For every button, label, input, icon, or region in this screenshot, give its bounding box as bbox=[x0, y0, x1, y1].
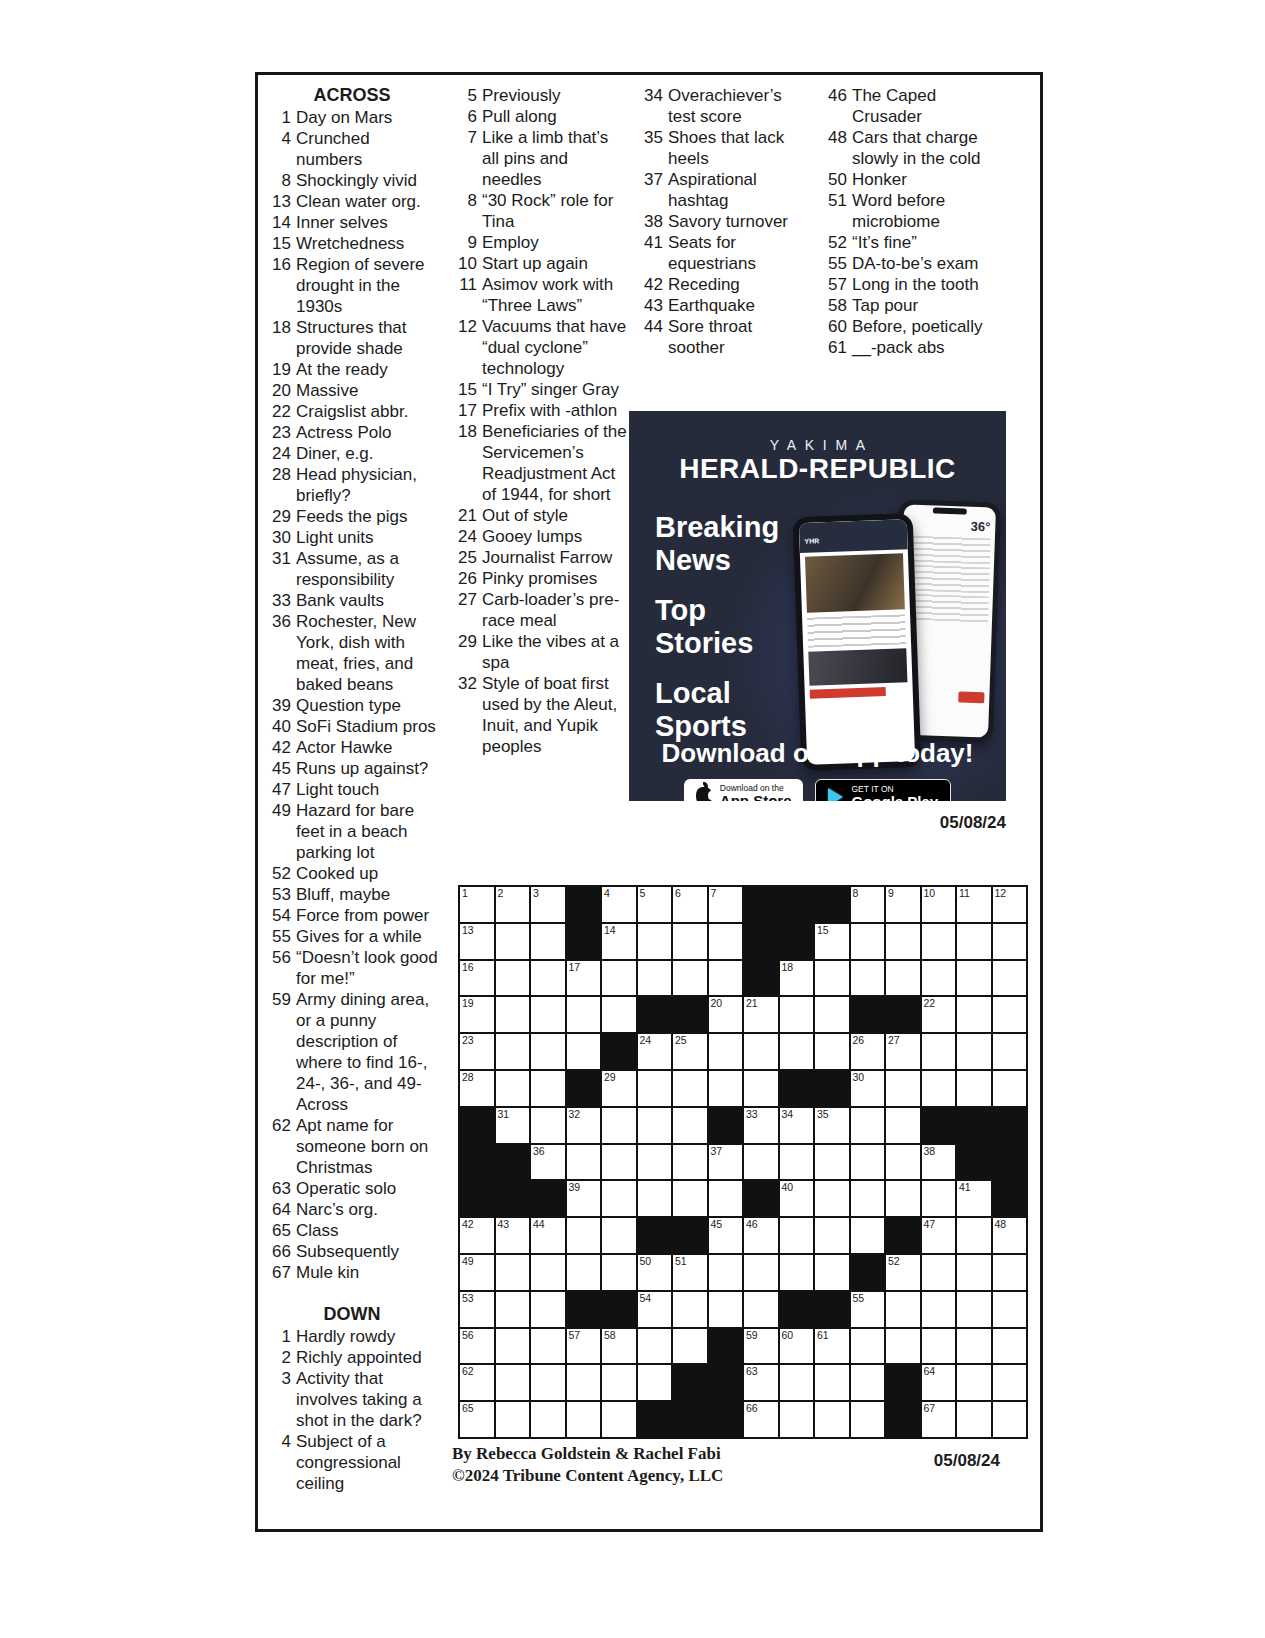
grid-cell-r12c9[interactable] bbox=[744, 1292, 778, 1327]
grid-cell-r13c6[interactable] bbox=[638, 1329, 672, 1364]
grid-cell-r14c15[interactable] bbox=[957, 1365, 991, 1400]
grid-cell-r7c13[interactable] bbox=[886, 1108, 920, 1143]
clue-across-24: 24Diner, e.g. bbox=[264, 443, 440, 464]
grid-cell-r9c14[interactable] bbox=[922, 1181, 956, 1216]
grid-cell-r3c4[interactable]: 17 bbox=[567, 961, 601, 996]
grid-cell-r6c3[interactable] bbox=[531, 1071, 565, 1106]
grid-cell-r10c9[interactable]: 46 bbox=[744, 1218, 778, 1253]
block-r6c4 bbox=[567, 1071, 601, 1106]
grid-cell-r13c7[interactable] bbox=[673, 1329, 707, 1364]
block-r2c9 bbox=[744, 924, 778, 959]
grid-cell-r6c14[interactable] bbox=[922, 1071, 956, 1106]
grid-cell-r2c5[interactable]: 14 bbox=[602, 924, 636, 959]
block-r7c8 bbox=[709, 1108, 743, 1143]
clue-text: Narc’s org. bbox=[296, 1199, 440, 1220]
clue-across-53: 53Bluff, maybe bbox=[264, 884, 440, 905]
grid-cell-r1c2[interactable]: 2 bbox=[496, 887, 530, 922]
grid-cell-r6c7[interactable] bbox=[673, 1071, 707, 1106]
clue-number: 29 bbox=[264, 506, 296, 527]
grid-cell-r12c3[interactable] bbox=[531, 1292, 565, 1327]
grid-cell-r5c4[interactable] bbox=[567, 1034, 601, 1069]
block-r15c6 bbox=[638, 1402, 672, 1437]
cell-number: 34 bbox=[782, 1108, 794, 1120]
grid-cell-r11c7[interactable]: 51 bbox=[673, 1255, 707, 1290]
block-r9c16 bbox=[993, 1181, 1027, 1216]
clue-across-36: 36Rochester, New York, dish with meat, f… bbox=[264, 611, 440, 695]
grid-cell-r12c15[interactable] bbox=[957, 1292, 991, 1327]
grid-cell-r10c1[interactable]: 42 bbox=[460, 1218, 494, 1253]
grid-cell-r4c14[interactable]: 22 bbox=[922, 997, 956, 1032]
clue-number: 25 bbox=[450, 547, 482, 568]
grid-cell-r3c13[interactable] bbox=[886, 961, 920, 996]
grid-cell-r6c1[interactable]: 28 bbox=[460, 1071, 494, 1106]
grid-cell-r8c14[interactable]: 38 bbox=[922, 1145, 956, 1180]
grid-cell-r6c12[interactable]: 30 bbox=[851, 1071, 885, 1106]
clue-down-38: 38Savory turnover bbox=[636, 211, 806, 232]
grid-cell-r15c4[interactable] bbox=[567, 1402, 601, 1437]
phone-app-label: YHR bbox=[804, 537, 819, 545]
grid-cell-r5c8[interactable] bbox=[709, 1034, 743, 1069]
grid-cell-r10c16[interactable]: 48 bbox=[993, 1218, 1027, 1253]
clue-number: 15 bbox=[264, 233, 296, 254]
clue-down-58: 58Tap pour bbox=[820, 295, 1008, 316]
grid-cell-r6c13[interactable] bbox=[886, 1071, 920, 1106]
clue-across-47: 47Light touch bbox=[264, 779, 440, 800]
grid-cell-r9c6[interactable] bbox=[638, 1181, 672, 1216]
grid-cell-r15c3[interactable] bbox=[531, 1402, 565, 1437]
clue-text: Sore throat soother bbox=[668, 316, 806, 358]
grid-cell-r13c9[interactable]: 59 bbox=[744, 1329, 778, 1364]
grid-cell-r10c5[interactable] bbox=[602, 1218, 636, 1253]
store-badges: Download on the App Store GET IT ON Goog… bbox=[629, 779, 1006, 801]
grid-cell-r2c1[interactable]: 13 bbox=[460, 924, 494, 959]
clue-text: Wretchedness bbox=[296, 233, 440, 254]
grid-cell-r2c14[interactable] bbox=[922, 924, 956, 959]
grid-cell-r12c12[interactable]: 55 bbox=[851, 1292, 885, 1327]
grid-cell-r1c8[interactable]: 7 bbox=[709, 887, 743, 922]
clue-column-2: 5Previously6Pull along7Like a limb that’… bbox=[450, 85, 628, 757]
grid-cell-r9c10[interactable]: 40 bbox=[780, 1181, 814, 1216]
grid-cell-r5c10[interactable] bbox=[780, 1034, 814, 1069]
clue-across-28: 28Head physician, briefly? bbox=[264, 464, 440, 506]
grid-cell-r10c12[interactable] bbox=[851, 1218, 885, 1253]
across-clue-list: 1Day on Mars4Crunched numbers8Shockingly… bbox=[264, 107, 440, 1283]
grid-cell-r9c5[interactable] bbox=[602, 1181, 636, 1216]
grid-cell-r2c7[interactable] bbox=[673, 924, 707, 959]
grid-cell-r1c16[interactable]: 12 bbox=[993, 887, 1027, 922]
grid-cell-r3c16[interactable] bbox=[993, 961, 1027, 996]
grid-cell-r3c6[interactable] bbox=[638, 961, 672, 996]
grid-cell-r14c5[interactable] bbox=[602, 1365, 636, 1400]
grid-cell-r5c16[interactable] bbox=[993, 1034, 1027, 1069]
clue-number: 21 bbox=[450, 505, 482, 526]
grid-cell-r1c13[interactable]: 9 bbox=[886, 887, 920, 922]
grid-cell-r10c11[interactable] bbox=[815, 1218, 849, 1253]
clue-text: Tap pour bbox=[852, 295, 1008, 316]
grid-cell-r4c2[interactable] bbox=[496, 997, 530, 1032]
grid-cell-r7c7[interactable] bbox=[673, 1108, 707, 1143]
ad-masthead-title: HERALD-REPUBLIC bbox=[629, 453, 1006, 485]
grid-cell-r15c15[interactable] bbox=[957, 1402, 991, 1437]
grid-cell-r15c2[interactable] bbox=[496, 1402, 530, 1437]
grid-cell-r1c15[interactable]: 11 bbox=[957, 887, 991, 922]
puzzle-date-bottom: 05/08/24 bbox=[934, 1451, 1000, 1471]
grid-cell-r3c5[interactable] bbox=[602, 961, 636, 996]
grid-cell-r5c12[interactable]: 26 bbox=[851, 1034, 885, 1069]
clue-down-46: 46The Caped Crusader bbox=[820, 85, 1008, 127]
clue-number: 6 bbox=[450, 106, 482, 127]
grid-cell-r12c16[interactable] bbox=[993, 1292, 1027, 1327]
grid-cell-r8c8[interactable]: 37 bbox=[709, 1145, 743, 1180]
clue-across-64: 64Narc’s org. bbox=[264, 1199, 440, 1220]
grid-cell-r14c12[interactable] bbox=[851, 1365, 885, 1400]
grid-cell-r1c12[interactable]: 8 bbox=[851, 887, 885, 922]
cell-number: 37 bbox=[711, 1145, 723, 1157]
ad-line-local-sports: Local Sports bbox=[655, 677, 805, 743]
clue-number: 42 bbox=[636, 274, 668, 295]
cell-number: 48 bbox=[995, 1218, 1007, 1230]
grid-cell-r2c11[interactable]: 15 bbox=[815, 924, 849, 959]
grid-cell-r5c13[interactable]: 27 bbox=[886, 1034, 920, 1069]
clue-down-60: 60Before, poetically bbox=[820, 316, 1008, 337]
grid-cell-r2c3[interactable] bbox=[531, 924, 565, 959]
grid-cell-r5c15[interactable] bbox=[957, 1034, 991, 1069]
grid-cell-r6c9[interactable] bbox=[744, 1071, 778, 1106]
grid-cell-r4c9[interactable]: 21 bbox=[744, 997, 778, 1032]
ad-cta: Download our app today! bbox=[629, 738, 1006, 769]
grid-cell-r5c7[interactable]: 25 bbox=[673, 1034, 707, 1069]
clue-text: Employ bbox=[482, 232, 628, 253]
block-r4c7 bbox=[673, 997, 707, 1032]
grid-cell-r13c13[interactable] bbox=[886, 1329, 920, 1364]
down-header: DOWN bbox=[264, 1304, 440, 1325]
clue-number: 65 bbox=[264, 1220, 296, 1241]
grid-cell-r11c16[interactable] bbox=[993, 1255, 1027, 1290]
grid-cell-r7c4[interactable]: 32 bbox=[567, 1108, 601, 1143]
grid-cell-r5c14[interactable] bbox=[922, 1034, 956, 1069]
grid-cell-r11c10[interactable] bbox=[780, 1255, 814, 1290]
grid-cell-r7c11[interactable]: 35 bbox=[815, 1108, 849, 1143]
grid-cell-r8c6[interactable] bbox=[638, 1145, 672, 1180]
grid-cell-r7c10[interactable]: 34 bbox=[780, 1108, 814, 1143]
grid-cell-r3c7[interactable] bbox=[673, 961, 707, 996]
grid-cell-r15c9[interactable]: 66 bbox=[744, 1402, 778, 1437]
clue-across-16: 16Region of severe drought in the 1930s bbox=[264, 254, 440, 317]
grid-cell-r3c11[interactable] bbox=[815, 961, 849, 996]
grid-cell-r3c2[interactable] bbox=[496, 961, 530, 996]
grid-cell-r15c5[interactable] bbox=[602, 1402, 636, 1437]
grid-cell-r7c2[interactable]: 31 bbox=[496, 1108, 530, 1143]
clue-number: 3 bbox=[264, 1368, 296, 1431]
grid-cell-r6c8[interactable] bbox=[709, 1071, 743, 1106]
clue-number: 9 bbox=[450, 232, 482, 253]
grid-cell-r2c12[interactable] bbox=[851, 924, 885, 959]
grid-cell-r5c9[interactable] bbox=[744, 1034, 778, 1069]
clue-text: Vacuums that have “dual cyclone” technol… bbox=[482, 316, 628, 379]
grid-cell-r8c9[interactable] bbox=[744, 1145, 778, 1180]
clue-down-50: 50Honker bbox=[820, 169, 1008, 190]
clue-number: 62 bbox=[264, 1115, 296, 1178]
clue-text: Day on Mars bbox=[296, 107, 440, 128]
clue-across-56: 56“Doesn’t look good for me!” bbox=[264, 947, 440, 989]
block-r15c13 bbox=[886, 1402, 920, 1437]
grid-cell-r7c5[interactable] bbox=[602, 1108, 636, 1143]
clue-across-20: 20Massive bbox=[264, 380, 440, 401]
grid-cell-r14c3[interactable] bbox=[531, 1365, 565, 1400]
google-play-badge[interactable]: GET IT ON Google Play bbox=[815, 779, 951, 801]
clue-down-11: 11Asimov work with “Three Laws” bbox=[450, 274, 628, 316]
grid-cell-r11c5[interactable] bbox=[602, 1255, 636, 1290]
grid-cell-r1c3[interactable]: 3 bbox=[531, 887, 565, 922]
grid-cell-r14c14[interactable]: 64 bbox=[922, 1365, 956, 1400]
grid-cell-r9c15[interactable]: 41 bbox=[957, 1181, 991, 1216]
grid-cell-r13c15[interactable] bbox=[957, 1329, 991, 1364]
grid-cell-r10c10[interactable] bbox=[780, 1218, 814, 1253]
grid-cell-r12c1[interactable]: 53 bbox=[460, 1292, 494, 1327]
grid-cell-r11c9[interactable] bbox=[744, 1255, 778, 1290]
grid-cell-r3c15[interactable] bbox=[957, 961, 991, 996]
grid-cell-r4c8[interactable]: 20 bbox=[709, 997, 743, 1032]
clue-text: Bluff, maybe bbox=[296, 884, 440, 905]
grid-cell-r15c11[interactable] bbox=[815, 1402, 849, 1437]
grid-cell-r12c8[interactable] bbox=[709, 1292, 743, 1327]
block-r3c9 bbox=[744, 961, 778, 996]
grid-cell-r6c16[interactable] bbox=[993, 1071, 1027, 1106]
clue-column-4: 46The Caped Crusader48Cars that charge s… bbox=[820, 85, 1008, 358]
grid-cell-r13c11[interactable]: 61 bbox=[815, 1329, 849, 1364]
clue-text: Asimov work with “Three Laws” bbox=[482, 274, 628, 316]
clue-down-21: 21Out of style bbox=[450, 505, 628, 526]
clue-number: 4 bbox=[264, 128, 296, 170]
grid-cell-r14c2[interactable] bbox=[496, 1365, 530, 1400]
app-store-badge[interactable]: Download on the App Store bbox=[684, 779, 804, 801]
clue-number: 43 bbox=[636, 295, 668, 316]
grid-cell-r14c1[interactable]: 62 bbox=[460, 1365, 494, 1400]
clue-text: Subsequently bbox=[296, 1241, 440, 1262]
grid-cell-r8c10[interactable] bbox=[780, 1145, 814, 1180]
grid-cell-r11c4[interactable] bbox=[567, 1255, 601, 1290]
clue-number: 11 bbox=[450, 274, 482, 316]
grid-cell-r5c3[interactable] bbox=[531, 1034, 565, 1069]
grid-cell-r14c16[interactable] bbox=[993, 1365, 1027, 1400]
grid-cell-r3c3[interactable] bbox=[531, 961, 565, 996]
grid-cell-r9c12[interactable] bbox=[851, 1181, 885, 1216]
clue-number: 7 bbox=[450, 127, 482, 190]
grid-cell-r9c7[interactable] bbox=[673, 1181, 707, 1216]
clue-text: Before, poetically bbox=[852, 316, 1008, 337]
grid-cell-r11c8[interactable] bbox=[709, 1255, 743, 1290]
grid-cell-r13c16[interactable] bbox=[993, 1329, 1027, 1364]
grid-cell-r3c12[interactable] bbox=[851, 961, 885, 996]
clue-number: 27 bbox=[450, 589, 482, 631]
clue-across-49: 49Hazard for bare feet in a beach parkin… bbox=[264, 800, 440, 863]
grid-cell-r6c2[interactable] bbox=[496, 1071, 530, 1106]
grid-cell-r5c2[interactable] bbox=[496, 1034, 530, 1069]
grid-cell-r14c9[interactable]: 63 bbox=[744, 1365, 778, 1400]
grid-cell-r9c13[interactable] bbox=[886, 1181, 920, 1216]
clue-down-57: 57Long in the tooth bbox=[820, 274, 1008, 295]
grid-cell-r1c7[interactable]: 6 bbox=[673, 887, 707, 922]
grid-cell-r13c14[interactable] bbox=[922, 1329, 956, 1364]
grid-cell-r12c2[interactable] bbox=[496, 1292, 530, 1327]
grid-cell-r11c3[interactable] bbox=[531, 1255, 565, 1290]
grid-cell-r5c11[interactable] bbox=[815, 1034, 849, 1069]
grid-cell-r4c4[interactable] bbox=[567, 997, 601, 1032]
grid-cell-r14c6[interactable] bbox=[638, 1365, 672, 1400]
grid-cell-r13c12[interactable] bbox=[851, 1329, 885, 1364]
cell-number: 19 bbox=[462, 997, 474, 1009]
grid-cell-r11c14[interactable] bbox=[922, 1255, 956, 1290]
clue-text: DA-to-be’s exam bbox=[852, 253, 1008, 274]
grid-cell-r5c6[interactable]: 24 bbox=[638, 1034, 672, 1069]
grid-cell-r3c10[interactable]: 18 bbox=[780, 961, 814, 996]
clue-text: Rochester, New York, dish with meat, fri… bbox=[296, 611, 440, 695]
grid-cell-r6c6[interactable] bbox=[638, 1071, 672, 1106]
across-header: ACROSS bbox=[264, 85, 440, 106]
grid-cell-r15c10[interactable] bbox=[780, 1402, 814, 1437]
grid-cell-r11c15[interactable] bbox=[957, 1255, 991, 1290]
grid-cell-r8c11[interactable] bbox=[815, 1145, 849, 1180]
clue-text: Feeds the pigs bbox=[296, 506, 440, 527]
block-r8c16 bbox=[993, 1145, 1027, 1180]
clue-text: Diner, e.g. bbox=[296, 443, 440, 464]
block-r8c1 bbox=[460, 1145, 494, 1180]
grid-cell-r8c7[interactable] bbox=[673, 1145, 707, 1180]
clue-text: Bank vaults bbox=[296, 590, 440, 611]
grid-cell-r2c13[interactable] bbox=[886, 924, 920, 959]
block-r14c13 bbox=[886, 1365, 920, 1400]
clue-across-19: 19At the ready bbox=[264, 359, 440, 380]
grid-cell-r2c15[interactable] bbox=[957, 924, 991, 959]
grid-cell-r13c1[interactable]: 56 bbox=[460, 1329, 494, 1364]
clue-text: Runs up against? bbox=[296, 758, 440, 779]
grid-cell-r4c1[interactable]: 19 bbox=[460, 997, 494, 1032]
clue-down-17: 17Prefix with -athlon bbox=[450, 400, 628, 421]
clue-number: 13 bbox=[264, 191, 296, 212]
grid-cell-r6c15[interactable] bbox=[957, 1071, 991, 1106]
clue-across-29: 29Feeds the pigs bbox=[264, 506, 440, 527]
clue-text: Apt name for someone born on Christmas bbox=[296, 1115, 440, 1178]
grid-cell-r6c5[interactable]: 29 bbox=[602, 1071, 636, 1106]
grid-cell-r9c4[interactable]: 39 bbox=[567, 1181, 601, 1216]
grid-cell-r2c6[interactable] bbox=[638, 924, 672, 959]
block-r11c12 bbox=[851, 1255, 885, 1290]
grid-cell-r9c8[interactable] bbox=[709, 1181, 743, 1216]
grid-cell-r4c10[interactable] bbox=[780, 997, 814, 1032]
grid-cell-r15c14[interactable]: 67 bbox=[922, 1402, 956, 1437]
byline: By Rebecca Goldstein & Rachel Fabi ©2024… bbox=[452, 1443, 723, 1487]
block-r7c14 bbox=[922, 1108, 956, 1143]
grid-cell-r12c13[interactable] bbox=[886, 1292, 920, 1327]
grid-cell-r8c4[interactable] bbox=[567, 1145, 601, 1180]
grid-cell-r7c9[interactable]: 33 bbox=[744, 1108, 778, 1143]
clue-text: “It’s fine” bbox=[852, 232, 1008, 253]
clue-number: 49 bbox=[264, 800, 296, 863]
clue-number: 24 bbox=[450, 526, 482, 547]
clue-number: 16 bbox=[264, 254, 296, 317]
block-r5c5 bbox=[602, 1034, 636, 1069]
grid-cell-r4c15[interactable] bbox=[957, 997, 991, 1032]
cell-number: 18 bbox=[782, 961, 794, 973]
grid-cell-r14c11[interactable] bbox=[815, 1365, 849, 1400]
grid-cell-r4c5[interactable] bbox=[602, 997, 636, 1032]
grid-cell-r15c1[interactable]: 65 bbox=[460, 1402, 494, 1437]
clue-down-2: 2Richly appointed bbox=[264, 1347, 440, 1368]
grid-cell-r9c11[interactable] bbox=[815, 1181, 849, 1216]
grid-cell-r15c12[interactable] bbox=[851, 1402, 885, 1437]
grid-cell-r15c16[interactable] bbox=[993, 1402, 1027, 1437]
cell-number: 10 bbox=[924, 887, 936, 899]
cell-number: 3 bbox=[533, 887, 539, 899]
block-r10c13 bbox=[886, 1218, 920, 1253]
ad-line-breaking-news: Breaking News bbox=[655, 511, 805, 577]
grid-cell-r13c5[interactable]: 58 bbox=[602, 1329, 636, 1364]
clue-text: Out of style bbox=[482, 505, 628, 526]
grid-cell-r12c14[interactable] bbox=[922, 1292, 956, 1327]
grid-cell-r2c16[interactable] bbox=[993, 924, 1027, 959]
grid-cell-r1c1[interactable]: 1 bbox=[460, 887, 494, 922]
grid-cell-r10c2[interactable]: 43 bbox=[496, 1218, 530, 1253]
grid-cell-r11c1[interactable]: 49 bbox=[460, 1255, 494, 1290]
grid-cell-r14c10[interactable] bbox=[780, 1365, 814, 1400]
grid-cell-r10c4[interactable] bbox=[567, 1218, 601, 1253]
grid-cell-r13c2[interactable] bbox=[496, 1329, 530, 1364]
grid-cell-r3c1[interactable]: 16 bbox=[460, 961, 494, 996]
grid-cell-r4c11[interactable] bbox=[815, 997, 849, 1032]
grid-cell-r13c4[interactable]: 57 bbox=[567, 1329, 601, 1364]
grid-cell-r2c8[interactable] bbox=[709, 924, 743, 959]
grid-cell-r10c8[interactable]: 45 bbox=[709, 1218, 743, 1253]
grid-cell-r13c3[interactable] bbox=[531, 1329, 565, 1364]
grid-cell-r8c3[interactable]: 36 bbox=[531, 1145, 565, 1180]
grid-cell-r11c2[interactable] bbox=[496, 1255, 530, 1290]
clue-number: 1 bbox=[264, 107, 296, 128]
grid-cell-r8c12[interactable] bbox=[851, 1145, 885, 1180]
grid-cell-r1c6[interactable]: 5 bbox=[638, 887, 672, 922]
clue-across-33: 33Bank vaults bbox=[264, 590, 440, 611]
grid-cell-r11c6[interactable]: 50 bbox=[638, 1255, 672, 1290]
grid-cell-r7c6[interactable] bbox=[638, 1108, 672, 1143]
grid-cell-r11c13[interactable]: 52 bbox=[886, 1255, 920, 1290]
grid-cell-r1c5[interactable]: 4 bbox=[602, 887, 636, 922]
grid-cell-r4c16[interactable] bbox=[993, 997, 1027, 1032]
grid-cell-r12c7[interactable] bbox=[673, 1292, 707, 1327]
grid-cell-r7c3[interactable] bbox=[531, 1108, 565, 1143]
grid-cell-r11c11[interactable] bbox=[815, 1255, 849, 1290]
grid-cell-r3c8[interactable] bbox=[709, 961, 743, 996]
grid-cell-r2c2[interactable] bbox=[496, 924, 530, 959]
grid-cell-r10c14[interactable]: 47 bbox=[922, 1218, 956, 1253]
grid-cell-r8c5[interactable] bbox=[602, 1145, 636, 1180]
grid-cell-r7c12[interactable] bbox=[851, 1108, 885, 1143]
cell-number: 40 bbox=[782, 1181, 794, 1193]
grid-cell-r5c1[interactable]: 23 bbox=[460, 1034, 494, 1069]
grid-cell-r10c15[interactable] bbox=[957, 1218, 991, 1253]
grid-cell-r8c13[interactable] bbox=[886, 1145, 920, 1180]
cell-number: 65 bbox=[462, 1402, 474, 1414]
grid-cell-r14c4[interactable] bbox=[567, 1365, 601, 1400]
clue-text: Activity that involves taking a shot in … bbox=[296, 1368, 440, 1431]
grid-cell-r3c14[interactable] bbox=[922, 961, 956, 996]
grid-cell-r1c14[interactable]: 10 bbox=[922, 887, 956, 922]
grid-cell-r4c3[interactable] bbox=[531, 997, 565, 1032]
grid-cell-r12c6[interactable]: 54 bbox=[638, 1292, 672, 1327]
grid-cell-r13c10[interactable]: 60 bbox=[780, 1329, 814, 1364]
grid-cell-r10c3[interactable]: 44 bbox=[531, 1218, 565, 1253]
clue-number: 59 bbox=[264, 989, 296, 1115]
block-r4c6 bbox=[638, 997, 672, 1032]
clue-number: 63 bbox=[264, 1178, 296, 1199]
